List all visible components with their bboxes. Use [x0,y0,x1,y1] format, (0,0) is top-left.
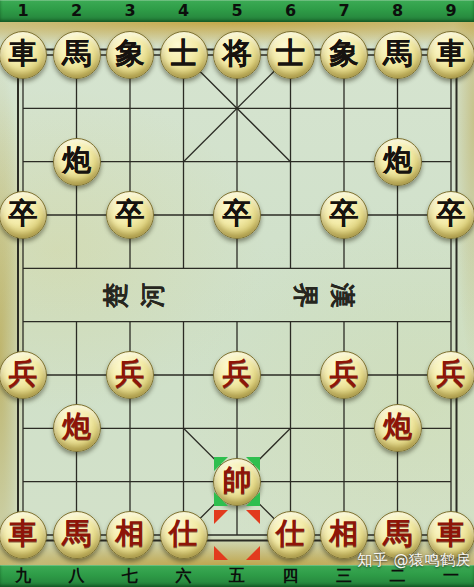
board-point-f5r1: 将 [210,28,264,81]
marker-corner-bl [214,492,228,506]
board-point-f8r1: 馬 [371,28,425,81]
marker-corner-br [246,492,260,506]
piece-red-兵-f9r7[interactable]: 兵 [427,351,474,399]
piece-black-卒-f5r4[interactable]: 卒 [213,191,261,239]
piece-black-象-f7r1[interactable]: 象 [320,31,368,79]
watermark-text: 知乎 @猿鸣鹤戾 [357,551,471,570]
board-point-f8r3: 炮 [371,135,425,188]
piece-red-兵-f7r7[interactable]: 兵 [320,351,368,399]
piece-black-卒-f7r4[interactable]: 卒 [320,191,368,239]
board-point-f6r1: 士 [264,28,318,81]
board-point-f4r10: 仕 [157,508,211,561]
piece-black-車-f1r1[interactable]: 車 [0,31,47,79]
board-point-f2r1: 馬 [50,28,104,81]
board-point-f1r1: 車 [0,28,50,81]
top-coord-8: 8 [371,0,425,22]
board-point-f8r8: 炮 [371,402,425,455]
piece-red-馬-f2r10[interactable]: 馬 [53,511,101,559]
pieces-layer: 車馬象士将士象馬車炮炮卒卒卒卒卒兵兵兵兵兵炮炮帥車馬相仕仕相馬車 [0,28,474,561]
top-coordinate-strip: 123456789 [0,0,474,22]
marker-corner-br [246,546,260,560]
top-coord-6: 6 [264,0,318,22]
board-point-f2r8: 炮 [50,402,104,455]
board-point-f3r7: 兵 [103,348,157,401]
board-point-f1r4: 卒 [0,188,50,241]
piece-black-卒-f1r4[interactable]: 卒 [0,191,47,239]
board-point-f9r4: 卒 [424,188,474,241]
top-coords: 123456789 [0,0,474,22]
move-marker-origin [210,508,264,561]
top-coord-5: 5 [210,0,264,22]
board-point-f7r7: 兵 [317,348,371,401]
board-point-f6r10: 仕 [264,508,318,561]
board-point-f9r7: 兵 [424,348,474,401]
bottom-coord-5: 五 [210,565,264,587]
piece-black-馬-f2r1[interactable]: 馬 [53,31,101,79]
piece-red-車-f1r10[interactable]: 車 [0,511,47,559]
piece-red-仕-f6r10[interactable]: 仕 [267,511,315,559]
piece-black-馬-f8r1[interactable]: 馬 [374,31,422,79]
top-coord-1: 1 [0,0,50,22]
piece-black-卒-f3r4[interactable]: 卒 [106,191,154,239]
piece-red-仕-f4r10[interactable]: 仕 [160,511,208,559]
piece-red-兵-f5r7[interactable]: 兵 [213,351,261,399]
piece-black-炮-f2r3[interactable]: 炮 [53,138,101,186]
piece-red-兵-f3r7[interactable]: 兵 [106,351,154,399]
piece-black-象-f3r1[interactable]: 象 [106,31,154,79]
piece-black-将-f5r1[interactable]: 将 [213,31,261,79]
board-point-f3r10: 相 [103,508,157,561]
board-point-f3r4: 卒 [103,188,157,241]
board-point-f1r7: 兵 [0,348,50,401]
board-point-f5r7: 兵 [210,348,264,401]
top-coord-7: 7 [317,0,371,22]
board-point-f7r4: 卒 [317,188,371,241]
marker-corner-tl [214,510,228,524]
bottom-coord-6: 四 [264,565,318,587]
marker-corner-tl [214,457,228,471]
board-point-f7r1: 象 [317,28,371,81]
board-point-f9r1: 車 [424,28,474,81]
piece-black-炮-f8r3[interactable]: 炮 [374,138,422,186]
marker-corner-tr [246,457,260,471]
xiangqi-app: 123456789 [0,0,474,587]
piece-black-車-f9r1[interactable]: 車 [427,31,474,79]
piece-red-炮-f2r8[interactable]: 炮 [53,404,101,452]
xiangqi-board[interactable]: 楚河 界漢 車馬象士将士象馬車炮炮卒卒卒卒卒兵兵兵兵兵炮炮帥車馬相仕仕相馬車 [0,22,474,565]
piece-black-卒-f9r4[interactable]: 卒 [427,191,474,239]
piece-red-兵-f1r7[interactable]: 兵 [0,351,47,399]
piece-red-相-f3r10[interactable]: 相 [106,511,154,559]
board-point-f4r1: 士 [157,28,211,81]
board-point-f2r3: 炮 [50,135,104,188]
top-coord-4: 4 [157,0,211,22]
board-point-f3r1: 象 [103,28,157,81]
bottom-coord-3: 七 [103,565,157,587]
piece-black-士-f6r1[interactable]: 士 [267,31,315,79]
board-point-f2r10: 馬 [50,508,104,561]
top-coord-2: 2 [50,0,104,22]
board-point-f5r4: 卒 [210,188,264,241]
piece-red-炮-f8r8[interactable]: 炮 [374,404,422,452]
piece-black-士-f4r1[interactable]: 士 [160,31,208,79]
marker-corner-bl [214,546,228,560]
bottom-coord-2: 八 [50,565,104,587]
board-point-f1r10: 車 [0,508,50,561]
top-coord-9: 9 [424,0,474,22]
top-coord-3: 3 [103,0,157,22]
marker-corner-tr [246,510,260,524]
bottom-coord-4: 六 [157,565,211,587]
bottom-coord-1: 九 [0,565,50,587]
